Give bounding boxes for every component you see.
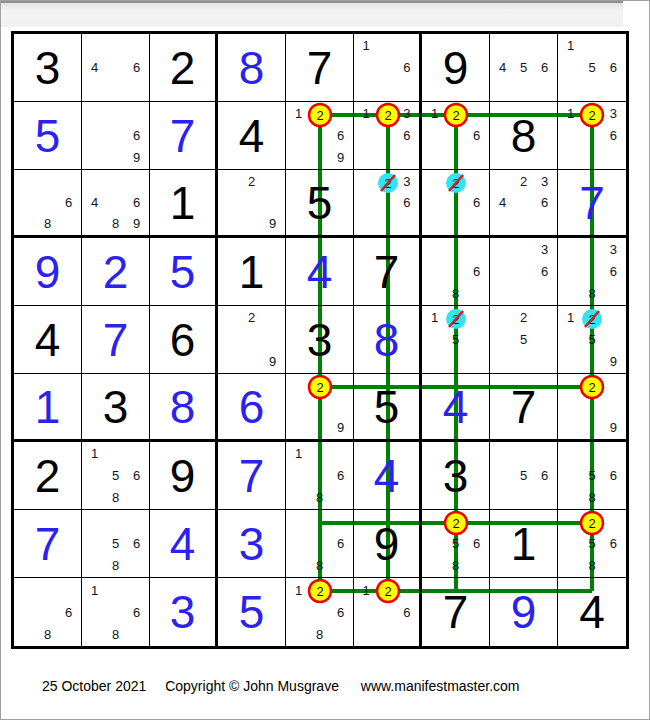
solved-digit: 4 [150,510,215,577]
pencilmarks: 456 [492,35,555,100]
candidate-6: 6 [534,465,555,487]
cell-r8c5[interactable]: 68 [286,510,354,578]
candidate-1: 1 [424,307,445,329]
solved-digit: 3 [150,578,215,646]
cell-r7c7[interactable]: 3 [422,442,490,510]
cell-r8c1[interactable]: 7 [14,510,82,578]
candidate-8: 8 [309,623,330,645]
cell-r4c4[interactable]: 1 [218,238,286,306]
candidate-1: 1 [356,103,376,125]
cell-r8c4[interactable]: 3 [218,510,286,578]
cell-r2c3[interactable]: 7 [150,102,218,170]
cell-r1c8[interactable]: 456 [490,34,558,102]
cell-r2c4[interactable]: 4 [218,102,286,170]
candidate-8: 8 [37,623,58,645]
pencilmarks: 68 [16,171,79,234]
solved-digit: 9 [14,238,81,305]
candidate-6: 6 [330,465,351,487]
cell-r5c7[interactable]: 125 [422,306,490,374]
cell-r2c5[interactable]: 1269 [286,102,354,170]
cell-r1c2[interactable]: 46 [82,34,150,102]
top-scrollbar-strip [1,1,623,27]
candidate-6: 6 [58,192,79,213]
candidate-1: 1 [560,35,581,57]
candidate-6: 6 [126,601,147,623]
pencilmarks: 1268 [288,579,351,645]
candidate-6: 6 [330,125,351,147]
solved-digit: 8 [218,34,285,101]
cell-r4c7[interactable]: 68 [422,238,490,306]
candidate-1: 1 [288,579,309,601]
pencilmarks: 1259 [560,307,624,372]
candidate-3: 3 [534,171,555,192]
solved-digit: 5 [14,102,81,169]
candidate-2: 2 [513,307,534,329]
candidate-1: 1 [560,307,581,329]
given-digit: 7 [490,374,557,439]
cell-r1c7[interactable]: 9 [422,34,490,102]
pencilmarks: 126 [356,579,417,645]
candidate-3: 3 [603,239,624,261]
cell-r5c1[interactable]: 4 [14,306,82,374]
pencilmarks: 1236 [356,103,417,168]
pencilmarks: 168 [288,443,351,508]
cell-r6c5[interactable]: 29 [286,374,354,442]
candidate-3: 3 [534,239,555,261]
solved-digit: 9 [490,578,557,646]
cell-r1c9[interactable]: 156 [558,34,626,102]
candidate-2: 2 [581,511,602,533]
candidate-2: 2 [581,307,602,329]
cell-r3c6[interactable]: 236 [354,170,422,238]
sudoku-board: 3462871694561565697412691236126812366846… [11,31,629,649]
candidate-6: 6 [466,125,487,147]
given-digit: 9 [150,442,215,509]
solved-digit: 6 [218,374,285,439]
pencilmarks: 1236 [560,103,624,168]
cell-r6c7[interactable]: 4 [422,374,490,442]
candidate-8: 8 [105,486,126,508]
candidate-2: 2 [241,307,262,329]
candidate-3: 3 [397,171,417,192]
cell-r5c3[interactable]: 6 [150,306,218,374]
pencilmarks: 2568 [424,511,487,576]
candidate-8: 8 [445,554,466,576]
candidate-2: 2 [376,171,396,192]
candidate-5: 5 [513,57,534,79]
candidate-4: 4 [84,57,105,79]
given-digit: 4 [558,578,626,646]
candidate-4: 4 [84,192,105,213]
candidate-6: 6 [603,465,624,487]
cell-r4c8[interactable]: 36 [490,238,558,306]
cell-r8c9[interactable]: 2568 [558,510,626,578]
cell-r9c7[interactable]: 7 [422,578,490,646]
candidate-6: 6 [397,192,417,213]
solved-digit: 7 [14,510,81,577]
footer-copyright: Copyright © John Musgrave [165,678,339,694]
pencilmarks: 16 [356,35,417,100]
cell-r6c4[interactable]: 6 [218,374,286,442]
cell-r5c5[interactable]: 3 [286,306,354,374]
cell-r8c8[interactable]: 1 [490,510,558,578]
cell-r3c3[interactable]: 1 [150,170,218,238]
candidate-6: 6 [534,192,555,213]
cell-r3c5[interactable]: 5 [286,170,354,238]
given-digit: 6 [150,306,215,373]
cell-r3c4[interactable]: 29 [218,170,286,238]
cell-r1c5[interactable]: 7 [286,34,354,102]
cell-r1c1[interactable]: 3 [14,34,82,102]
cell-r8c7[interactable]: 2568 [422,510,490,578]
candidate-2: 2 [581,375,602,396]
pencilmarks: 2568 [560,511,624,576]
cell-r8c2[interactable]: 568 [82,510,150,578]
candidate-5: 5 [513,329,534,351]
pencilmarks: 68 [424,239,487,304]
solved-digit: 4 [422,374,489,439]
cell-r7c3[interactable]: 9 [150,442,218,510]
cell-r6c1[interactable]: 1 [14,374,82,442]
candidate-9: 9 [126,146,147,168]
cell-r4c6[interactable]: 7 [354,238,422,306]
pencilmarks: 236 [356,171,417,234]
cell-r5c4[interactable]: 29 [218,306,286,374]
candidate-9: 9 [330,417,351,438]
candidate-8: 8 [581,486,602,508]
given-digit: 4 [14,306,81,373]
candidate-8: 8 [309,486,330,508]
candidate-6: 6 [397,57,417,79]
cell-r7c2[interactable]: 1568 [82,442,150,510]
cell-r8c6[interactable]: 9 [354,510,422,578]
pencilmarks: 568 [560,443,624,508]
candidate-5: 5 [513,465,534,487]
candidate-2: 2 [309,579,330,601]
given-digit: 4 [218,102,285,169]
cell-r2c2[interactable]: 69 [82,102,150,170]
candidate-2: 2 [445,511,466,533]
cell-r5c6[interactable]: 8 [354,306,422,374]
candidate-8: 8 [105,554,126,576]
cell-r7c8[interactable]: 56 [490,442,558,510]
given-digit: 1 [150,170,215,235]
candidate-6: 6 [397,601,417,623]
solved-digit: 7 [218,442,285,509]
cell-r3c8[interactable]: 2346 [490,170,558,238]
cell-r7c4[interactable]: 7 [218,442,286,510]
pencilmarks: 29 [288,375,351,438]
candidate-1: 1 [288,443,309,465]
cell-r1c4[interactable]: 8 [218,34,286,102]
grid-cells: 3462871694561565697412691236126812366846… [14,34,626,646]
cell-r2c6[interactable]: 1236 [354,102,422,170]
candidate-5: 5 [105,465,126,487]
given-digit: 5 [286,170,353,235]
cell-r6c6[interactable]: 5 [354,374,422,442]
candidate-1: 1 [560,103,581,125]
solved-digit: 1 [14,374,81,439]
cell-r9c3[interactable]: 3 [150,578,218,646]
cell-r9c5[interactable]: 1268 [286,578,354,646]
candidate-5: 5 [581,329,602,351]
given-digit: 8 [490,102,557,169]
cell-r4c1[interactable]: 9 [14,238,82,306]
pencilmarks: 156 [560,35,624,100]
pencilmarks: 46 [84,35,147,100]
candidate-3: 3 [603,103,624,125]
given-digit: 2 [14,442,81,509]
candidate-8: 8 [105,213,126,234]
cell-r2c9[interactable]: 1236 [558,102,626,170]
candidate-6: 6 [603,261,624,283]
candidate-8: 8 [581,282,602,304]
pencilmarks: 29 [220,307,283,372]
cell-r2c1[interactable]: 5 [14,102,82,170]
candidate-1: 1 [356,579,376,601]
candidate-9: 9 [262,350,283,372]
candidate-6: 6 [58,601,79,623]
candidate-2: 2 [241,171,262,192]
solved-digit: 4 [354,442,419,509]
candidate-6: 6 [466,533,487,555]
solved-digit: 7 [150,102,215,169]
cell-r2c8[interactable]: 8 [490,102,558,170]
cell-r6c3[interactable]: 8 [150,374,218,442]
candidate-6: 6 [603,57,624,79]
candidate-6: 6 [466,192,487,213]
solved-digit: 7 [82,306,149,373]
pencilmarks: 36 [492,239,555,304]
footer-caption: 25 October 2021 Copyright © John Musgrav… [42,678,520,694]
candidate-2: 2 [445,171,466,192]
candidate-1: 1 [288,103,309,125]
cell-r5c2[interactable]: 7 [82,306,150,374]
given-digit: 1 [218,238,285,305]
candidate-2: 2 [376,579,396,601]
cell-r9c6[interactable]: 126 [354,578,422,646]
candidate-5: 5 [581,533,602,555]
cell-r9c8[interactable]: 9 [490,578,558,646]
cell-r7c9[interactable]: 568 [558,442,626,510]
candidate-2: 2 [309,375,330,396]
candidate-4: 4 [492,57,513,79]
given-digit: 7 [422,578,489,646]
pencilmarks: 68 [16,579,79,645]
given-digit: 7 [286,34,353,101]
candidate-6: 6 [330,533,351,555]
given-digit: 3 [286,306,353,373]
cell-r6c8[interactable]: 7 [490,374,558,442]
puzzle-page: 3462871694561565697412691236126812366846… [0,0,650,720]
solved-digit: 3 [218,510,285,577]
candidate-1: 1 [356,35,376,57]
candidate-1: 1 [424,103,445,125]
cell-r1c3[interactable]: 2 [150,34,218,102]
pencilmarks: 26 [424,171,487,234]
cell-r6c9[interactable]: 29 [558,374,626,442]
candidate-6: 6 [397,125,417,147]
candidate-6: 6 [603,125,624,147]
cell-r9c1[interactable]: 68 [14,578,82,646]
pencilmarks: 368 [560,239,624,304]
cell-r8c3[interactable]: 4 [150,510,218,578]
candidate-5: 5 [105,533,126,555]
given-digit: 9 [422,34,489,101]
candidate-8: 8 [37,213,58,234]
pencilmarks: 1269 [288,103,351,168]
cell-r7c5[interactable]: 168 [286,442,354,510]
pencilmarks: 168 [84,579,147,645]
candidate-1: 1 [84,579,105,601]
candidate-6: 6 [126,192,147,213]
cell-r5c9[interactable]: 1259 [558,306,626,374]
candidate-6: 6 [603,533,624,555]
candidate-5: 5 [445,533,466,555]
pencilmarks: 1568 [84,443,147,508]
given-digit: 5 [354,374,419,439]
candidate-2: 2 [376,103,396,125]
candidate-8: 8 [445,282,466,304]
candidate-9: 9 [603,350,624,372]
candidate-4: 4 [492,192,513,213]
cell-r1c6[interactable]: 16 [354,34,422,102]
candidate-6: 6 [534,57,555,79]
candidate-6: 6 [126,465,147,487]
candidate-2: 2 [581,103,602,125]
candidate-9: 9 [126,213,147,234]
cell-r7c6[interactable]: 4 [354,442,422,510]
cell-r9c2[interactable]: 168 [82,578,150,646]
cell-r3c9[interactable]: 7 [558,170,626,238]
given-digit: 3 [422,442,489,509]
candidate-9: 9 [262,213,283,234]
pencilmarks: 4689 [84,171,147,234]
solved-digit: 8 [354,306,419,373]
cell-r5c8[interactable]: 25 [490,306,558,374]
pencilmarks: 56 [492,443,555,508]
cell-r4c9[interactable]: 368 [558,238,626,306]
candidate-3: 3 [397,103,417,125]
solved-digit: 8 [150,374,215,439]
candidate-8: 8 [105,623,126,645]
cell-r4c3[interactable]: 5 [150,238,218,306]
solved-digit: 5 [150,238,215,305]
candidate-2: 2 [513,171,534,192]
pencilmarks: 2346 [492,171,555,234]
candidate-9: 9 [330,146,351,168]
candidate-1: 1 [84,443,105,465]
candidate-6: 6 [466,261,487,283]
candidate-8: 8 [581,554,602,576]
candidate-6: 6 [534,261,555,283]
candidate-6: 6 [126,57,147,79]
candidate-5: 5 [581,465,602,487]
given-digit: 9 [354,510,419,577]
pencilmarks: 68 [288,511,351,576]
cell-r3c7[interactable]: 26 [422,170,490,238]
solved-digit: 5 [218,578,285,646]
pencilmarks: 125 [424,307,487,372]
candidate-2: 2 [309,103,330,125]
given-digit: 2 [150,34,215,101]
cell-r9c4[interactable]: 5 [218,578,286,646]
cell-r9c9[interactable]: 4 [558,578,626,646]
pencilmarks: 25 [492,307,555,372]
cell-r4c5[interactable]: 4 [286,238,354,306]
cell-r7c1[interactable]: 2 [14,442,82,510]
cell-r6c2[interactable]: 3 [82,374,150,442]
given-digit: 3 [14,34,81,101]
cell-r3c1[interactable]: 68 [14,170,82,238]
given-digit: 7 [354,238,419,305]
candidate-9: 9 [603,417,624,438]
candidate-2: 2 [445,103,466,125]
solved-digit: 2 [82,238,149,305]
solved-digit: 7 [558,170,626,235]
candidate-5: 5 [445,329,466,351]
footer-date: 25 October 2021 [42,678,146,694]
pencilmarks: 69 [84,103,147,168]
pencilmarks: 29 [220,171,283,234]
cell-r3c2[interactable]: 4689 [82,170,150,238]
pencilmarks: 29 [560,375,624,438]
pencilmarks: 568 [84,511,147,576]
given-digit: 1 [490,510,557,577]
candidate-6: 6 [330,601,351,623]
footer-site: www.manifestmaster.com [361,678,520,694]
pencilmarks: 126 [424,103,487,168]
candidate-6: 6 [126,125,147,147]
candidate-8: 8 [309,554,330,576]
given-digit: 3 [82,374,149,439]
solved-digit: 4 [286,238,353,305]
cell-r4c2[interactable]: 2 [82,238,150,306]
candidate-5: 5 [581,57,602,79]
cell-r2c7[interactable]: 126 [422,102,490,170]
candidate-6: 6 [126,533,147,555]
candidate-2: 2 [445,307,466,329]
